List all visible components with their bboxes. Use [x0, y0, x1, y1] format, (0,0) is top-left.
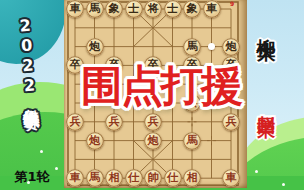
piece-red-炮-f2r8[interactable]: 炮 [86, 132, 104, 150]
round-label: 第1轮 [4, 168, 60, 186]
piece-black-馬-f2r1[interactable]: 馬 [86, 0, 104, 18]
flower-speck [255, 170, 258, 173]
video-thumbnail: 9 車馬象士将士象車炮馬炮卒卒卒卒卒兵兵兵兵兵炮炮馬車馬相仕帥仕相車 2022象… [0, 0, 304, 190]
player-name-bottom: 赵国荣 [257, 101, 275, 107]
piece-red-馬-f2r10[interactable]: 馬 [86, 169, 104, 187]
piece-black-車-f8r1[interactable]: 車 [203, 0, 221, 18]
piece-red-炮-f5r8[interactable]: 炮 [144, 132, 162, 150]
piece-red-兵-f1r7[interactable]: 兵 [66, 113, 84, 131]
piece-red-兵-f9r7[interactable]: 兵 [222, 113, 240, 131]
file-label-9: 9 [230, 1, 234, 7]
flower-speck [40, 150, 43, 153]
piece-black-炮-f2r3[interactable]: 炮 [86, 38, 104, 56]
piece-black-将-f5r1[interactable]: 将 [144, 0, 162, 18]
piece-black-馬-f7r3[interactable]: 馬 [183, 38, 201, 56]
piece-black-象-f7r1[interactable]: 象 [183, 0, 201, 18]
piece-black-象-f3r1[interactable]: 象 [105, 0, 123, 18]
piece-black-士-f4r1[interactable]: 士 [125, 0, 143, 18]
piece-red-仕-f4r10[interactable]: 仕 [125, 169, 143, 187]
piece-black-炮-f9r3[interactable]: 炮 [222, 38, 240, 56]
piece-red-仕-f6r10[interactable]: 仕 [164, 169, 182, 187]
event-title: 2022象棋快棋赛 [16, 16, 38, 102]
player-name-top: 柳大华 [257, 24, 276, 30]
piece-red-兵-f5r7[interactable]: 兵 [144, 113, 162, 131]
piece-red-兵-f3r7[interactable]: 兵 [105, 113, 123, 131]
flower-speck [282, 183, 285, 186]
headline-overlay: 围点打援 [66, 62, 256, 110]
piece-red-馬-f7r8[interactable]: 馬 [183, 132, 201, 150]
piece-black-士-f6r1[interactable]: 士 [164, 0, 182, 18]
piece-black-車-f1r1[interactable]: 車 [66, 0, 84, 18]
